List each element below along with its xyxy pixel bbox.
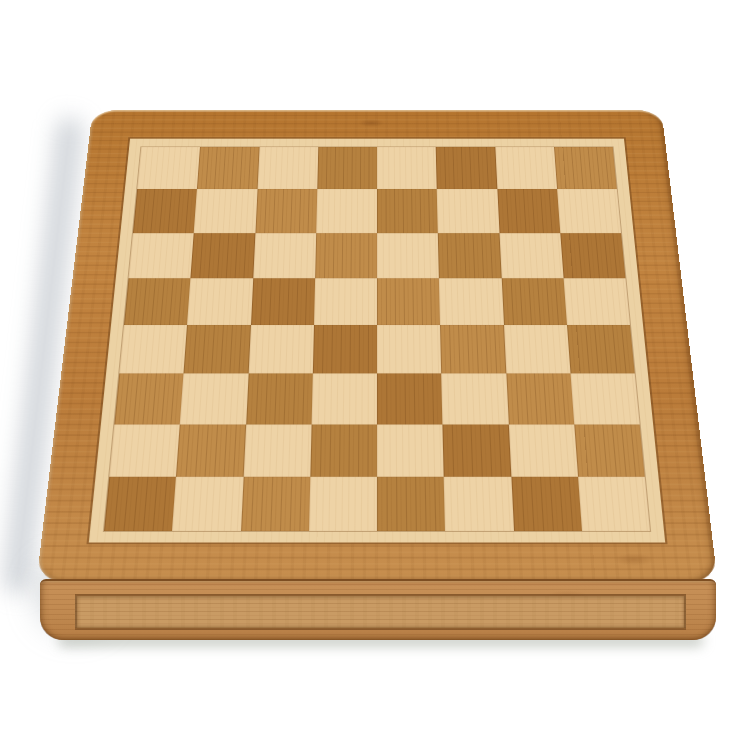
square-h5 xyxy=(563,278,630,325)
square-h3 xyxy=(570,374,639,424)
square-e8 xyxy=(377,147,437,189)
square-d6 xyxy=(315,233,377,278)
square-c6 xyxy=(253,233,316,278)
square-f6 xyxy=(438,233,501,278)
square-a7 xyxy=(133,189,197,233)
square-e4 xyxy=(377,325,441,374)
product-photo xyxy=(0,0,755,755)
square-b2 xyxy=(176,424,245,476)
square-b5 xyxy=(187,278,253,325)
square-b8 xyxy=(197,147,259,189)
square-d1 xyxy=(309,477,377,532)
square-h1 xyxy=(578,477,650,532)
square-f7 xyxy=(437,189,499,233)
square-c7 xyxy=(255,189,317,233)
square-d8 xyxy=(317,147,377,189)
square-h7 xyxy=(557,189,621,233)
square-g6 xyxy=(499,233,563,278)
square-a3 xyxy=(114,374,183,424)
square-f1 xyxy=(444,477,514,532)
square-f8 xyxy=(436,147,497,189)
chess-board xyxy=(104,147,650,531)
square-e6 xyxy=(377,233,439,278)
square-a8 xyxy=(137,147,200,189)
square-d4 xyxy=(313,325,377,374)
square-g5 xyxy=(501,278,567,325)
board-top-surface xyxy=(36,110,717,582)
square-a4 xyxy=(119,325,187,374)
square-c5 xyxy=(251,278,315,325)
square-f4 xyxy=(440,325,506,374)
square-a5 xyxy=(124,278,191,325)
square-a1 xyxy=(104,477,176,532)
square-e3 xyxy=(377,374,443,424)
square-c2 xyxy=(243,424,311,476)
square-d5 xyxy=(314,278,377,325)
square-g8 xyxy=(495,147,557,189)
square-b4 xyxy=(184,325,251,374)
square-g7 xyxy=(497,189,560,233)
square-e5 xyxy=(377,278,440,325)
square-b3 xyxy=(180,374,248,424)
square-c1 xyxy=(241,477,311,532)
square-d7 xyxy=(316,189,377,233)
storage-drawer-front xyxy=(75,596,686,628)
square-e1 xyxy=(377,477,445,532)
square-g3 xyxy=(506,374,574,424)
square-g1 xyxy=(511,477,582,532)
square-f2 xyxy=(443,424,511,476)
square-h6 xyxy=(560,233,625,278)
square-f3 xyxy=(441,374,508,424)
square-c8 xyxy=(257,147,318,189)
square-b7 xyxy=(194,189,257,233)
square-d2 xyxy=(310,424,377,476)
square-g2 xyxy=(508,424,577,476)
square-b1 xyxy=(172,477,243,532)
square-b6 xyxy=(191,233,255,278)
square-h2 xyxy=(574,424,645,476)
square-a6 xyxy=(129,233,194,278)
square-d3 xyxy=(311,374,377,424)
square-c3 xyxy=(246,374,313,424)
board-maple-border xyxy=(89,139,665,543)
square-c4 xyxy=(248,325,314,374)
square-f5 xyxy=(439,278,503,325)
box-front-face xyxy=(40,579,716,640)
square-h8 xyxy=(554,147,617,189)
square-h4 xyxy=(567,325,635,374)
square-a2 xyxy=(109,424,180,476)
square-e2 xyxy=(377,424,444,476)
square-g4 xyxy=(504,325,571,374)
square-e7 xyxy=(377,189,438,233)
